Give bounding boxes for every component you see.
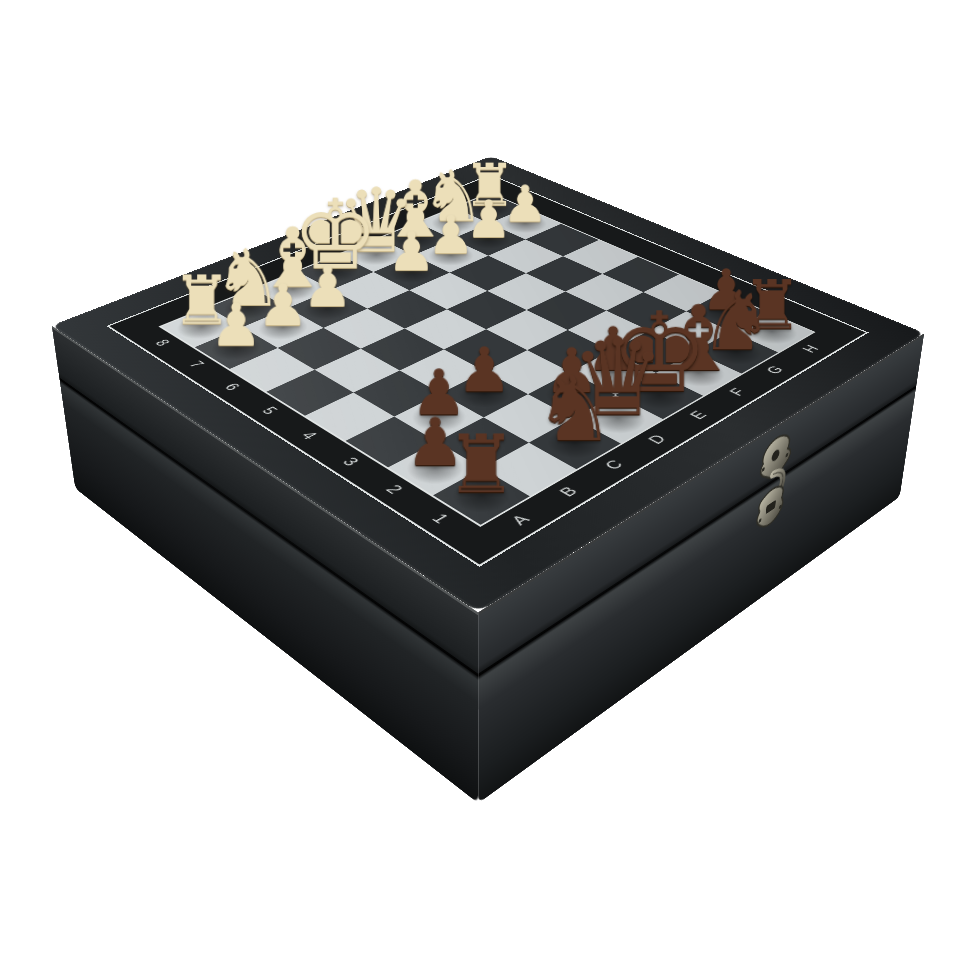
white-pawn-glyph: ♟ <box>302 259 352 315</box>
file-label-E: E <box>665 397 733 435</box>
chess-box: 12345678ABCDEFGH ♜♞♝♚♛♝♞♜♟♟♟♟♟♟♟♜♞♛♚♝♞♜♟… <box>64 227 912 710</box>
latch-clasp-icon <box>747 422 800 546</box>
white-pawn-glyph: ♟ <box>210 296 263 355</box>
file-label-D: D <box>623 420 693 460</box>
photo-background: 12345678ABCDEFGH ♜♞♝♚♛♝♞♜♟♟♟♟♟♟♟♜♞♛♚♝♞♜♟… <box>0 0 960 960</box>
white-pawn-glyph: ♟ <box>387 225 435 279</box>
white-pawn-glyph: ♟ <box>257 277 309 334</box>
black-knight-glyph: ♞ <box>534 363 615 453</box>
rank-label-6: 6 <box>196 370 267 406</box>
black-rook-glyph: ♜ <box>445 425 517 506</box>
